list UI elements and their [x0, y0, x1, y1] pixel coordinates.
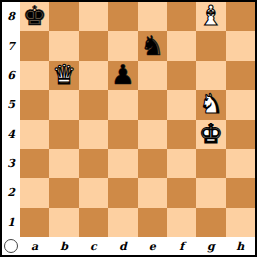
- square-e7[interactable]: ♞: [138, 31, 167, 60]
- square-e6[interactable]: [138, 61, 167, 90]
- file-label-a: a: [20, 237, 49, 255]
- square-g1[interactable]: [196, 208, 225, 237]
- square-d6[interactable]: ♟: [108, 61, 137, 90]
- square-a8[interactable]: ♚: [20, 2, 49, 31]
- square-c8[interactable]: [79, 2, 108, 31]
- square-f6[interactable]: [167, 61, 196, 90]
- square-f7[interactable]: [167, 31, 196, 60]
- square-e8[interactable]: [138, 2, 167, 31]
- piece-white-knight[interactable]: ♞: [199, 90, 223, 117]
- square-e4[interactable]: [138, 120, 167, 149]
- square-c2[interactable]: [79, 178, 108, 207]
- file-label-e: e: [138, 237, 167, 255]
- square-b5[interactable]: [49, 90, 78, 119]
- piece-white-king[interactable]: ♚: [199, 120, 223, 147]
- rank-label-4: 4: [2, 120, 20, 149]
- square-g8[interactable]: ♝: [196, 2, 225, 31]
- square-f4[interactable]: [167, 120, 196, 149]
- square-h1[interactable]: [226, 208, 255, 237]
- square-g4[interactable]: ♚: [196, 120, 225, 149]
- square-d5[interactable]: [108, 90, 137, 119]
- square-h6[interactable]: [226, 61, 255, 90]
- square-b4[interactable]: [49, 120, 78, 149]
- square-h4[interactable]: [226, 120, 255, 149]
- square-e1[interactable]: [138, 208, 167, 237]
- square-f3[interactable]: [167, 149, 196, 178]
- square-a1[interactable]: [20, 208, 49, 237]
- square-a4[interactable]: [20, 120, 49, 149]
- square-d2[interactable]: [108, 178, 137, 207]
- square-e2[interactable]: [138, 178, 167, 207]
- square-d7[interactable]: [108, 31, 137, 60]
- square-f8[interactable]: [167, 2, 196, 31]
- square-g7[interactable]: [196, 31, 225, 60]
- square-b8[interactable]: [49, 2, 78, 31]
- square-h2[interactable]: [226, 178, 255, 207]
- square-b6[interactable]: ♛: [49, 61, 78, 90]
- square-c7[interactable]: [79, 31, 108, 60]
- square-b7[interactable]: [49, 31, 78, 60]
- file-labels: abcdefgh: [20, 237, 255, 255]
- square-a5[interactable]: [20, 90, 49, 119]
- square-d3[interactable]: [108, 149, 137, 178]
- piece-black-king[interactable]: ♚: [23, 2, 47, 29]
- square-a3[interactable]: [20, 149, 49, 178]
- piece-white-bishop[interactable]: ♝: [199, 2, 223, 29]
- square-b1[interactable]: [49, 208, 78, 237]
- rank-label-5: 5: [2, 90, 20, 119]
- rank-labels: 87654321: [2, 2, 20, 237]
- square-c5[interactable]: [79, 90, 108, 119]
- white-to-move-indicator: [4, 239, 18, 253]
- square-a6[interactable]: [20, 61, 49, 90]
- rank-label-1: 1: [2, 208, 20, 237]
- rank-label-3: 3: [2, 149, 20, 178]
- square-d4[interactable]: [108, 120, 137, 149]
- square-f1[interactable]: [167, 208, 196, 237]
- chess-board: ♚♝♞♛♟♞♚: [20, 2, 255, 237]
- piece-white-queen[interactable]: ♛: [52, 61, 76, 88]
- square-g6[interactable]: [196, 61, 225, 90]
- chess-diagram: 87654321 ♚♝♞♛♟♞♚ abcdefgh: [0, 0, 257, 257]
- square-g2[interactable]: [196, 178, 225, 207]
- rank-label-2: 2: [2, 178, 20, 207]
- file-label-c: c: [79, 237, 108, 255]
- square-h5[interactable]: [226, 90, 255, 119]
- square-f2[interactable]: [167, 178, 196, 207]
- piece-black-knight[interactable]: ♞: [140, 32, 164, 59]
- square-c4[interactable]: [79, 120, 108, 149]
- square-a7[interactable]: [20, 31, 49, 60]
- square-h8[interactable]: [226, 2, 255, 31]
- square-b2[interactable]: [49, 178, 78, 207]
- square-c3[interactable]: [79, 149, 108, 178]
- square-b3[interactable]: [49, 149, 78, 178]
- rank-label-6: 6: [2, 61, 20, 90]
- square-d8[interactable]: [108, 2, 137, 31]
- move-indicator-cell: [2, 237, 20, 255]
- square-c1[interactable]: [79, 208, 108, 237]
- square-e3[interactable]: [138, 149, 167, 178]
- file-label-h: h: [226, 237, 255, 255]
- square-c6[interactable]: [79, 61, 108, 90]
- file-label-b: b: [49, 237, 78, 255]
- piece-black-pawn[interactable]: ♟: [111, 61, 135, 88]
- square-d1[interactable]: [108, 208, 137, 237]
- square-h3[interactable]: [226, 149, 255, 178]
- square-e5[interactable]: [138, 90, 167, 119]
- file-label-d: d: [108, 237, 137, 255]
- square-g3[interactable]: [196, 149, 225, 178]
- rank-label-8: 8: [2, 2, 20, 31]
- square-a2[interactable]: [20, 178, 49, 207]
- file-label-g: g: [196, 237, 225, 255]
- square-h7[interactable]: [226, 31, 255, 60]
- rank-label-7: 7: [2, 31, 20, 60]
- square-f5[interactable]: [167, 90, 196, 119]
- square-g5[interactable]: ♞: [196, 90, 225, 119]
- file-label-f: f: [167, 237, 196, 255]
